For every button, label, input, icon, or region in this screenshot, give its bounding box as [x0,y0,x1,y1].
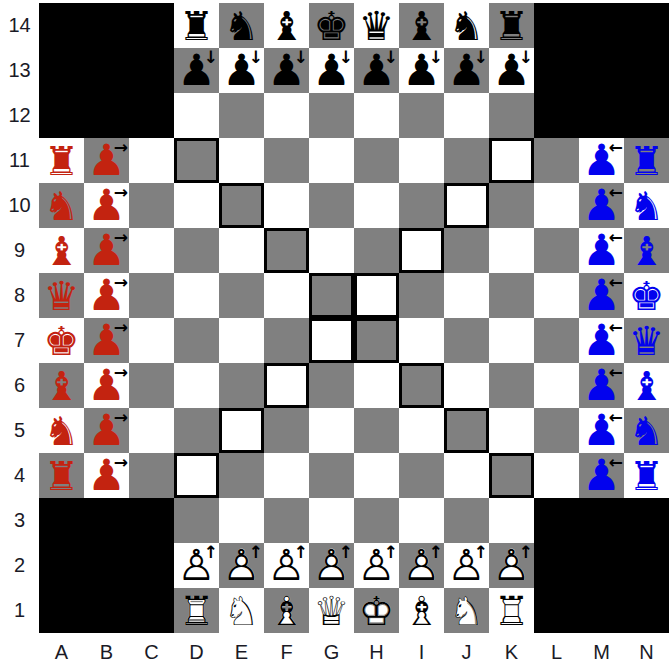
blue-knight-n5[interactable]: ♞ [624,408,669,453]
square-n13 [624,48,669,93]
square-j11[interactable] [444,138,489,183]
down-arrow-icon: ↓ [429,48,443,67]
square-a5[interactable]: ♞ [39,408,84,453]
square-a9[interactable]: ♝ [39,228,84,273]
square-k9[interactable] [489,228,534,273]
square-i14[interactable]: ♝ [399,3,444,48]
square-m7[interactable]: ♟← [579,318,624,363]
square-g7[interactable] [309,318,354,363]
right-arrow-icon: → [114,408,128,427]
square-n4[interactable]: ♜ [624,453,669,498]
down-arrow-icon: ↓ [519,48,533,67]
square-h12[interactable] [354,93,399,138]
square-h9[interactable] [354,228,399,273]
square-h5[interactable] [354,408,399,453]
square-b6[interactable]: ♟→ [84,363,129,408]
square-d3[interactable] [174,498,219,543]
file-label-j: J [444,633,489,672]
square-i6[interactable] [399,363,444,408]
square-g11[interactable] [309,138,354,183]
up-arrow-icon: ↑ [519,543,533,562]
square-i4[interactable] [399,453,444,498]
rank-labels: 1413121110987654321 [0,3,39,633]
square-a10[interactable]: ♞ [39,183,84,228]
rank-label-4: 4 [0,453,39,498]
square-j14[interactable]: ♞ [444,3,489,48]
square-h14[interactable]: ♛ [354,3,399,48]
square-b5[interactable]: ♟→ [84,408,129,453]
file-label-f: F [264,633,309,672]
square-d7[interactable] [174,318,219,363]
right-arrow-icon: → [114,318,128,337]
square-d4[interactable] [174,453,219,498]
square-a6[interactable]: ♝ [39,363,84,408]
square-e14[interactable]: ♞ [219,3,264,48]
left-arrow-icon: ← [609,363,623,382]
square-c5[interactable] [129,408,174,453]
square-f4[interactable] [264,453,309,498]
square-m9[interactable]: ♟← [579,228,624,273]
square-e5[interactable] [219,408,264,453]
file-label-b: B [84,633,129,672]
square-n3 [624,498,669,543]
blue-king-n8[interactable]: ♚ [624,273,669,318]
red-queen-a8[interactable]: ♛ [39,273,84,318]
square-g14[interactable]: ♚ [309,3,354,48]
down-arrow-icon: ↓ [474,48,488,67]
square-f13[interactable]: ♟↓ [264,48,309,93]
blue-bishop-n6[interactable]: ♝ [624,363,669,408]
file-label-a: A [39,633,84,672]
square-h10[interactable] [354,183,399,228]
square-f9[interactable] [264,228,309,273]
square-f12[interactable] [264,93,309,138]
right-arrow-icon: → [114,138,128,157]
left-arrow-icon: ← [609,228,623,247]
left-arrow-icon: ← [609,408,623,427]
square-c1 [129,588,174,633]
square-d8[interactable] [174,273,219,318]
square-c2 [129,543,174,588]
red-knight-a10[interactable]: ♞ [39,183,84,228]
rank-label-13: 13 [0,48,39,93]
square-n11[interactable]: ♜ [624,138,669,183]
square-l9[interactable] [534,228,579,273]
square-b4[interactable]: ♟→ [84,453,129,498]
square-i2[interactable]: ♟♙↑ [399,543,444,588]
square-e2[interactable]: ♟♙↑ [219,543,264,588]
square-k11[interactable] [489,138,534,183]
up-arrow-icon: ↑ [384,543,398,562]
blue-rook-n11[interactable]: ♜ [624,138,669,183]
right-arrow-icon: → [114,363,128,382]
square-b10[interactable]: ♟→ [84,183,129,228]
right-arrow-icon: → [114,273,128,292]
square-k6[interactable] [489,363,534,408]
square-j12[interactable] [444,93,489,138]
square-n12 [624,93,669,138]
square-m12 [579,93,624,138]
down-arrow-icon: ↓ [384,48,398,67]
square-l8[interactable] [534,273,579,318]
square-i8[interactable] [399,273,444,318]
up-arrow-icon: ↑ [339,543,353,562]
square-e7[interactable] [219,318,264,363]
square-m8[interactable]: ♟← [579,273,624,318]
black-rook-k14[interactable]: ♜ [489,3,534,48]
square-m13 [579,48,624,93]
square-b8[interactable]: ♟→ [84,273,129,318]
square-b7[interactable]: ♟→ [84,318,129,363]
square-c13 [129,48,174,93]
square-a14 [39,3,84,48]
square-c7[interactable] [129,318,174,363]
square-h6[interactable] [354,363,399,408]
square-l10[interactable] [534,183,579,228]
square-n1 [624,588,669,633]
square-l3 [534,498,579,543]
square-d13[interactable]: ♟↓ [174,48,219,93]
rank-label-10: 10 [0,183,39,228]
square-f8[interactable] [264,273,309,318]
square-n7[interactable]: ♛ [624,318,669,363]
square-h4[interactable] [354,453,399,498]
square-g2[interactable]: ♟♙↑ [309,543,354,588]
square-e6[interactable] [219,363,264,408]
square-b3 [84,498,129,543]
square-g9[interactable] [309,228,354,273]
square-i1[interactable]: ♝♗ [399,588,444,633]
red-bishop-a6[interactable]: ♝ [39,363,84,408]
square-d2[interactable]: ♟♙↑ [174,543,219,588]
square-f11[interactable] [264,138,309,183]
rank-label-6: 6 [0,363,39,408]
square-i13[interactable]: ♟↓ [399,48,444,93]
square-c14 [129,3,174,48]
white-rook-d1[interactable]: ♖ [174,588,219,633]
square-b2 [84,543,129,588]
black-queen-h14[interactable]: ♛ [354,3,399,48]
square-j9[interactable] [444,228,489,273]
square-i7[interactable] [399,318,444,363]
square-i5[interactable] [399,408,444,453]
square-a7[interactable]: ♚ [39,318,84,363]
square-m11[interactable]: ♟← [579,138,624,183]
square-k10[interactable] [489,183,534,228]
red-rook-a4[interactable]: ♜ [39,453,84,498]
file-label-g: G [309,633,354,672]
square-h3[interactable] [354,498,399,543]
square-h1[interactable]: ♚♔ [354,588,399,633]
file-label-k: K [489,633,534,672]
square-d11[interactable] [174,138,219,183]
up-arrow-icon: ↑ [204,543,218,562]
black-bishop-f14[interactable]: ♝ [264,3,309,48]
square-l14 [534,3,579,48]
square-l11[interactable] [534,138,579,183]
square-e4[interactable] [219,453,264,498]
left-arrow-icon: ← [609,453,623,472]
square-e11[interactable] [219,138,264,183]
rank-label-14: 14 [0,3,39,48]
file-label-d: D [174,633,219,672]
square-c11[interactable] [129,138,174,183]
red-bishop-a9[interactable]: ♝ [39,228,84,273]
square-j1[interactable]: ♞♘ [444,588,489,633]
square-k8[interactable] [489,273,534,318]
square-l6[interactable] [534,363,579,408]
square-m1 [579,588,624,633]
square-k13[interactable]: ♟↓ [489,48,534,93]
square-a1 [39,588,84,633]
black-king-g14[interactable]: ♚ [309,3,354,48]
square-a13 [39,48,84,93]
square-c8[interactable] [129,273,174,318]
square-a8[interactable]: ♛ [39,273,84,318]
file-label-e: E [219,633,264,672]
square-g6[interactable] [309,363,354,408]
up-arrow-icon: ↑ [474,543,488,562]
square-g4[interactable] [309,453,354,498]
rank-label-2: 2 [0,543,39,588]
blue-rook-n4[interactable]: ♜ [624,453,669,498]
down-arrow-icon: ↓ [339,48,353,67]
white-rook-k1[interactable]: ♖ [489,588,534,633]
square-k14[interactable]: ♜ [489,3,534,48]
square-m4[interactable]: ♟← [579,453,624,498]
rank-label-7: 7 [0,318,39,363]
down-arrow-icon: ↓ [294,48,308,67]
square-f5[interactable] [264,408,309,453]
square-a12 [39,93,84,138]
square-b11[interactable]: ♟→ [84,138,129,183]
square-m2 [579,543,624,588]
square-e13[interactable]: ♟↓ [219,48,264,93]
square-d1[interactable]: ♜♖ [174,588,219,633]
rank-label-3: 3 [0,498,39,543]
square-n9[interactable]: ♝ [624,228,669,273]
square-g5[interactable] [309,408,354,453]
square-e10[interactable] [219,183,264,228]
rank-label-9: 9 [0,228,39,273]
square-f14[interactable]: ♝ [264,3,309,48]
black-knight-j14[interactable]: ♞ [444,3,489,48]
square-c10[interactable] [129,183,174,228]
square-a11[interactable]: ♜ [39,138,84,183]
square-h11[interactable] [354,138,399,183]
white-queen-g1[interactable]: ♕ [309,588,354,633]
right-arrow-icon: → [114,183,128,202]
square-e9[interactable] [219,228,264,273]
square-c9[interactable] [129,228,174,273]
square-j8[interactable] [444,273,489,318]
square-j4[interactable] [444,453,489,498]
square-m3 [579,498,624,543]
square-d10[interactable] [174,183,219,228]
square-a2 [39,543,84,588]
square-n8[interactable]: ♚ [624,273,669,318]
square-j13[interactable]: ♟↓ [444,48,489,93]
square-j2[interactable]: ♟♙↑ [444,543,489,588]
square-k5[interactable] [489,408,534,453]
square-c4[interactable] [129,453,174,498]
rank-label-8: 8 [0,273,39,318]
square-d9[interactable] [174,228,219,273]
square-f10[interactable] [264,183,309,228]
square-a3 [39,498,84,543]
left-arrow-icon: ← [609,183,623,202]
square-k12[interactable] [489,93,534,138]
white-king-h1[interactable]: ♔ [354,588,399,633]
four-player-chess-app: 1413121110987654321 ♜♞♝♚♛♝♞♜♟↓♟↓♟↓♟↓♟↓♟↓… [0,0,670,672]
square-g13[interactable]: ♟↓ [309,48,354,93]
square-k7[interactable] [489,318,534,363]
square-i12[interactable] [399,93,444,138]
square-k4[interactable] [489,453,534,498]
square-l12 [534,93,579,138]
right-arrow-icon: → [114,228,128,247]
square-k2[interactable]: ♟♙↑ [489,543,534,588]
square-k1[interactable]: ♜♖ [489,588,534,633]
square-f7[interactable] [264,318,309,363]
square-k3[interactable] [489,498,534,543]
square-b14 [84,3,129,48]
square-e3[interactable] [219,498,264,543]
left-arrow-icon: ← [609,138,623,157]
square-m5[interactable]: ♟← [579,408,624,453]
square-n5[interactable]: ♞ [624,408,669,453]
square-g12[interactable] [309,93,354,138]
square-n6[interactable]: ♝ [624,363,669,408]
square-j10[interactable] [444,183,489,228]
square-h2[interactable]: ♟♙↑ [354,543,399,588]
blue-queen-n7[interactable]: ♛ [624,318,669,363]
square-e8[interactable] [219,273,264,318]
square-l7[interactable] [534,318,579,363]
right-arrow-icon: → [114,453,128,472]
square-j5[interactable] [444,408,489,453]
black-knight-e14[interactable]: ♞ [219,3,264,48]
file-label-h: H [354,633,399,672]
square-g10[interactable] [309,183,354,228]
square-n2 [624,543,669,588]
file-label-i: I [399,633,444,672]
down-arrow-icon: ↓ [249,48,263,67]
up-arrow-icon: ↑ [294,543,308,562]
chess-board: ♜♞♝♚♛♝♞♜♟↓♟↓♟↓♟↓♟↓♟↓♟↓♟↓♜♟→♟←♜♞♟→♟←♞♝♟→♟… [39,3,669,633]
file-label-m: M [579,633,624,672]
square-m6[interactable]: ♟← [579,363,624,408]
square-l13 [534,48,579,93]
black-bishop-i14[interactable]: ♝ [399,3,444,48]
square-h7[interactable] [354,318,399,363]
square-j3[interactable] [444,498,489,543]
square-i10[interactable] [399,183,444,228]
square-h13[interactable]: ♟↓ [354,48,399,93]
square-g1[interactable]: ♛♕ [309,588,354,633]
red-knight-a5[interactable]: ♞ [39,408,84,453]
square-l5[interactable] [534,408,579,453]
white-bishop-f1[interactable]: ♗ [264,588,309,633]
black-rook-d14[interactable]: ♜ [174,3,219,48]
square-f3[interactable] [264,498,309,543]
square-f2[interactable]: ♟♙↑ [264,543,309,588]
square-g8[interactable] [309,273,354,318]
blue-bishop-n9[interactable]: ♝ [624,228,669,273]
square-h8[interactable] [354,273,399,318]
square-i3[interactable] [399,498,444,543]
red-rook-a11[interactable]: ♜ [39,138,84,183]
rank-label-11: 11 [0,138,39,183]
square-e12[interactable] [219,93,264,138]
square-d5[interactable] [174,408,219,453]
file-label-l: L [534,633,579,672]
square-n14 [624,3,669,48]
square-e1[interactable]: ♞♘ [219,588,264,633]
square-l1 [534,588,579,633]
square-c3 [129,498,174,543]
square-j6[interactable] [444,363,489,408]
red-king-a7[interactable]: ♚ [39,318,84,363]
square-f6[interactable] [264,363,309,408]
file-labels: ABCDEFGHIJKLMN [39,633,669,672]
square-b1 [84,588,129,633]
left-arrow-icon: ← [609,318,623,337]
square-l2 [534,543,579,588]
down-arrow-icon: ↓ [204,48,218,67]
square-j7[interactable] [444,318,489,363]
square-b13 [84,48,129,93]
rank-label-5: 5 [0,408,39,453]
square-f1[interactable]: ♝♗ [264,588,309,633]
square-b9[interactable]: ♟→ [84,228,129,273]
square-a4[interactable]: ♜ [39,453,84,498]
rank-label-1: 1 [0,588,39,633]
up-arrow-icon: ↑ [249,543,263,562]
square-d6[interactable] [174,363,219,408]
left-arrow-icon: ← [609,273,623,292]
square-g3[interactable] [309,498,354,543]
square-i11[interactable] [399,138,444,183]
square-c12 [129,93,174,138]
square-n10[interactable]: ♞ [624,183,669,228]
rank-label-12: 12 [0,93,39,138]
square-c6[interactable] [129,363,174,408]
square-l4[interactable] [534,453,579,498]
square-i9[interactable] [399,228,444,273]
file-label-c: C [129,633,174,672]
square-m14 [579,3,624,48]
square-d12[interactable] [174,93,219,138]
file-label-n: N [624,633,669,672]
white-knight-j1[interactable]: ♘ [444,588,489,633]
square-b12 [84,93,129,138]
white-bishop-i1[interactable]: ♗ [399,588,444,633]
square-d14[interactable]: ♜ [174,3,219,48]
square-m10[interactable]: ♟← [579,183,624,228]
white-knight-e1[interactable]: ♘ [219,588,264,633]
up-arrow-icon: ↑ [429,543,443,562]
blue-knight-n10[interactable]: ♞ [624,183,669,228]
